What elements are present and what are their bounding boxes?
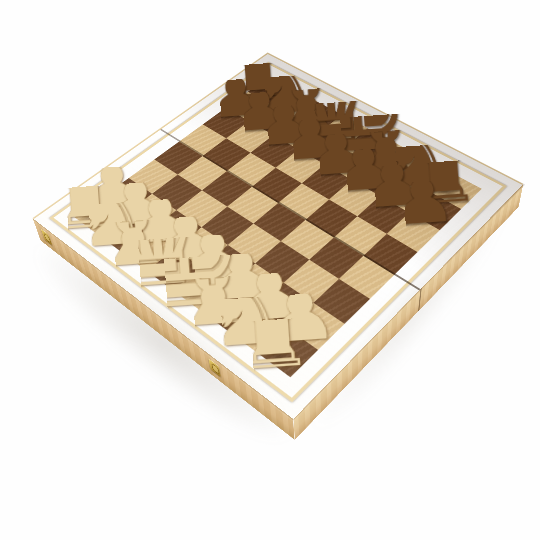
- piece-shadow: [118, 238, 159, 269]
- square-g5[interactable]: [334, 216, 387, 256]
- square-g6[interactable]: [357, 196, 409, 234]
- square-f5[interactable]: [305, 199, 357, 237]
- square-b1[interactable]: [98, 214, 150, 253]
- square-g4[interactable]: [309, 238, 363, 279]
- square-f1[interactable]: [201, 287, 257, 332]
- board-surface: [33, 53, 524, 419]
- square-e3[interactable]: [228, 224, 281, 264]
- piece-shadow: [283, 311, 329, 347]
- square-f3[interactable]: [255, 241, 309, 282]
- piece-shadow: [169, 275, 212, 308]
- piece-shadow: [146, 217, 186, 246]
- square-h4[interactable]: [339, 256, 394, 299]
- square-c1[interactable]: [122, 231, 175, 271]
- square-h7[interactable]: [409, 192, 461, 230]
- square-h2[interactable]: [287, 303, 345, 350]
- square-g1[interactable]: [229, 307, 287, 354]
- piece-shadow: [71, 204, 110, 232]
- square-g3[interactable]: [284, 260, 339, 303]
- squares-grid: [75, 76, 482, 377]
- square-h3[interactable]: [313, 279, 369, 324]
- square-g2[interactable]: [257, 283, 313, 328]
- piece-shadow: [253, 290, 297, 324]
- square-c2[interactable]: [150, 210, 202, 248]
- square-d3[interactable]: [202, 207, 254, 245]
- square-f4[interactable]: [281, 220, 334, 260]
- piece-shadow: [94, 220, 134, 249]
- square-d2[interactable]: [175, 227, 228, 267]
- piece-shadow: [225, 315, 270, 351]
- square-h1[interactable]: [259, 328, 318, 377]
- square-h5[interactable]: [363, 234, 417, 275]
- square-e4[interactable]: [253, 203, 305, 241]
- piece-shadow: [197, 294, 241, 329]
- brass-clasp: [208, 358, 220, 377]
- square-e2[interactable]: [201, 245, 255, 287]
- square-d1[interactable]: [147, 249, 201, 291]
- chess-box: ♜♞♝♛♚♝♞♜♟♟♟♟♟♟♟♟♟♟♟♟♟♟♟♟♜♞♝♛♚♝♞♜: [33, 53, 524, 419]
- square-e1[interactable]: [173, 267, 228, 311]
- piece-shadow: [255, 336, 301, 374]
- product-photo-stage: ♜♞♝♛♚♝♞♜♟♟♟♟♟♟♟♟♟♟♟♟♟♟♟♟♜♞♝♛♚♝♞♜: [0, 0, 540, 540]
- perspective-scene: ♜♞♝♛♚♝♞♜♟♟♟♟♟♟♟♟♟♟♟♟♟♟♟♟♜♞♝♛♚♝♞♜: [0, 0, 540, 540]
- piece-shadow: [405, 199, 447, 228]
- piece-shadow: [197, 252, 239, 284]
- piece-shadow: [171, 234, 212, 264]
- square-f2[interactable]: [228, 263, 283, 306]
- piece-shadow: [143, 256, 185, 288]
- square-h6[interactable]: [387, 213, 440, 252]
- piece-shadow: [225, 271, 268, 304]
